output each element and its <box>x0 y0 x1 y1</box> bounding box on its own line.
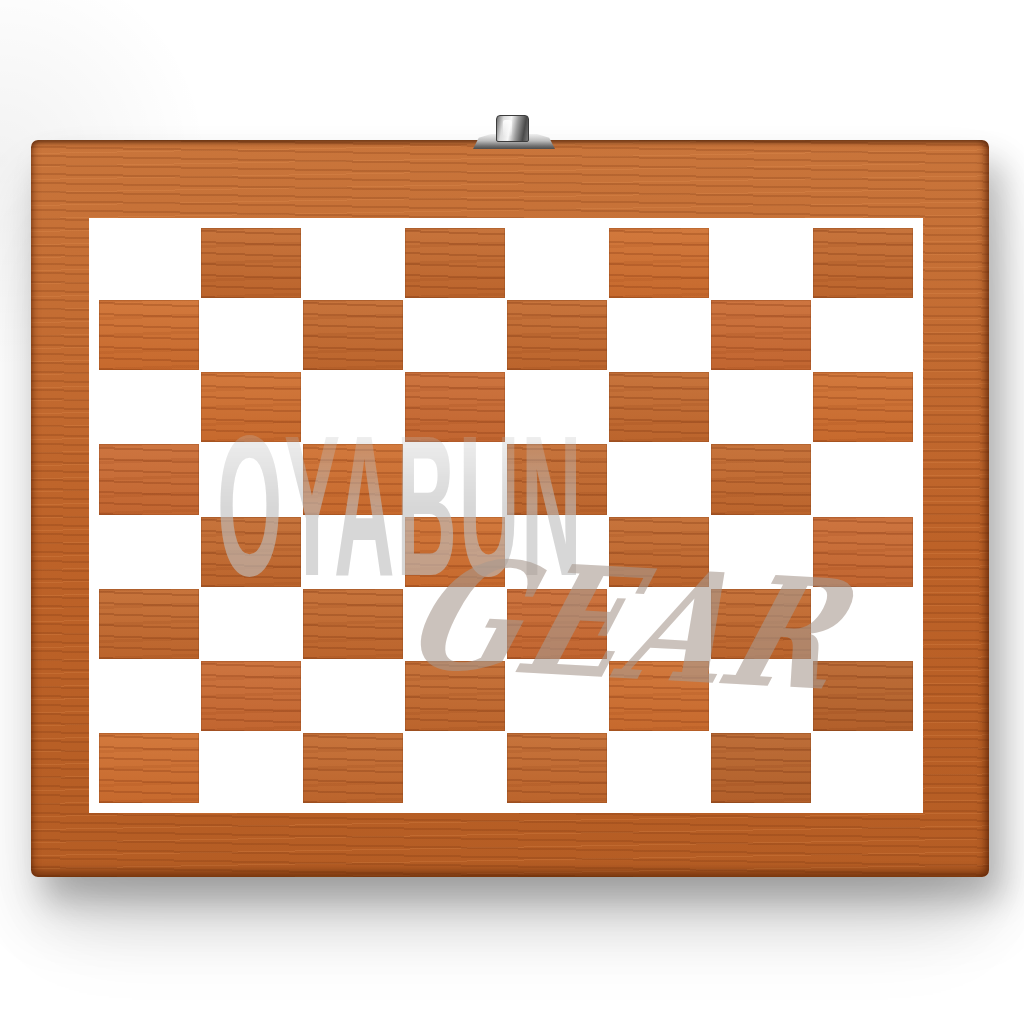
board-square <box>201 228 301 298</box>
board-square <box>405 444 505 514</box>
board-square <box>99 661 199 731</box>
board-square <box>813 661 913 731</box>
board-square <box>711 517 811 587</box>
board-square <box>609 661 709 731</box>
board-square <box>201 517 301 587</box>
board-square <box>813 444 913 514</box>
board-square <box>507 733 607 803</box>
board-square <box>99 444 199 514</box>
board-square <box>405 661 505 731</box>
board-square <box>507 372 607 442</box>
board-square <box>303 300 403 370</box>
board-square <box>507 444 607 514</box>
board-square <box>813 228 913 298</box>
board-border <box>89 218 923 813</box>
board-square <box>99 372 199 442</box>
wooden-chess-box: OYABUN GEAR <box>31 140 989 877</box>
board-square <box>711 661 811 731</box>
board-square <box>711 300 811 370</box>
product-photo-scene: OYABUN GEAR <box>0 0 1024 1024</box>
clasp-latch-icon <box>496 115 529 142</box>
board-square <box>813 589 913 659</box>
board-square <box>813 372 913 442</box>
board-square <box>201 733 301 803</box>
board-square <box>507 300 607 370</box>
board-square <box>609 733 709 803</box>
board-square <box>609 300 709 370</box>
board-square <box>405 589 505 659</box>
board-square <box>711 444 811 514</box>
board-square <box>609 444 709 514</box>
board-square <box>711 228 811 298</box>
board-square <box>507 517 607 587</box>
board-square <box>405 517 505 587</box>
board-square <box>813 517 913 587</box>
chess-board <box>99 228 913 803</box>
board-square <box>813 300 913 370</box>
board-square <box>507 661 607 731</box>
board-square <box>711 372 811 442</box>
board-square <box>303 661 403 731</box>
board-square <box>303 228 403 298</box>
board-square <box>609 372 709 442</box>
board-square <box>201 589 301 659</box>
board-square <box>303 733 403 803</box>
board-square <box>609 589 709 659</box>
board-square <box>813 733 913 803</box>
board-square <box>303 444 403 514</box>
board-square <box>303 589 403 659</box>
board-square <box>507 228 607 298</box>
board-square <box>609 228 709 298</box>
board-square <box>303 517 403 587</box>
board-square <box>711 589 811 659</box>
board-square <box>99 300 199 370</box>
board-square <box>99 228 199 298</box>
board-square <box>405 372 505 442</box>
board-square <box>201 444 301 514</box>
board-square <box>711 733 811 803</box>
board-square <box>609 517 709 587</box>
board-square <box>201 661 301 731</box>
board-square <box>507 589 607 659</box>
board-square <box>405 733 505 803</box>
board-square <box>99 517 199 587</box>
board-square <box>303 372 403 442</box>
board-square <box>405 300 505 370</box>
board-square <box>201 300 301 370</box>
board-square <box>201 372 301 442</box>
board-square <box>99 733 199 803</box>
board-square <box>405 228 505 298</box>
board-square <box>99 589 199 659</box>
